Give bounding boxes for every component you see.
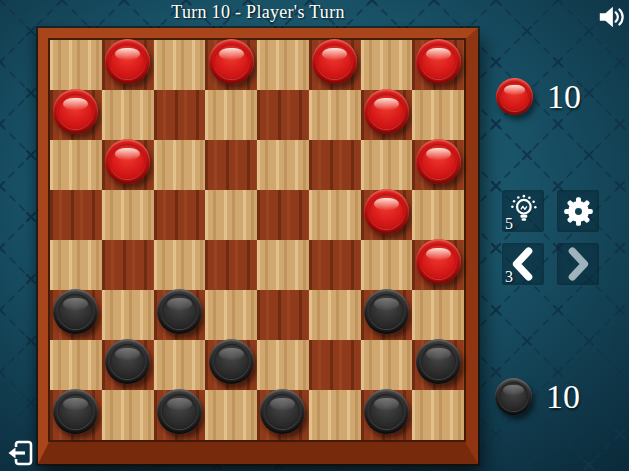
volume-icon — [597, 3, 625, 31]
board-cell-dark[interactable] — [205, 140, 257, 190]
board-cell-light — [412, 190, 464, 240]
red-piece-counter: 10 — [496, 78, 581, 115]
board-cell-light — [154, 240, 206, 290]
board-cell-light — [361, 140, 413, 190]
red-checker[interactable] — [105, 39, 150, 84]
red-counter-piece-icon — [496, 78, 533, 115]
turn-indicator: Turn 10 - Player's Turn — [38, 0, 478, 24]
red-checker[interactable] — [312, 39, 357, 84]
board-cell-dark[interactable] — [361, 390, 413, 440]
settings-button[interactable] — [557, 190, 599, 232]
board-cell-dark[interactable] — [102, 240, 154, 290]
board-cell-dark[interactable] — [412, 140, 464, 190]
board-cell-light — [205, 90, 257, 140]
black-counter-piece-icon — [495, 378, 532, 415]
red-checker[interactable] — [364, 189, 409, 234]
black-checker[interactable] — [53, 289, 98, 334]
board-cell-light — [257, 40, 309, 90]
board-cell-light — [50, 240, 102, 290]
board-cell-light — [50, 140, 102, 190]
board-cell-dark[interactable] — [102, 340, 154, 390]
settings-gear-icon — [563, 196, 594, 227]
board-cell-dark[interactable] — [309, 240, 361, 290]
red-count-label: 10 — [547, 78, 581, 115]
sound-button[interactable] — [597, 3, 625, 31]
red-checker[interactable] — [105, 139, 150, 184]
black-checker[interactable] — [364, 289, 409, 334]
hint-button[interactable]: 5 — [502, 190, 544, 232]
board-cell-light — [154, 40, 206, 90]
board-cell-light — [309, 90, 361, 140]
black-piece-counter: 10 — [495, 378, 580, 415]
redo-button[interactable] — [557, 243, 599, 285]
board-cell-light — [309, 290, 361, 340]
red-checker[interactable] — [364, 89, 409, 134]
exit-icon — [5, 438, 35, 468]
black-checker[interactable] — [209, 339, 254, 384]
red-checker[interactable] — [53, 89, 98, 134]
red-checker[interactable] — [416, 39, 461, 84]
board-cell-light — [102, 190, 154, 240]
black-checker[interactable] — [364, 389, 409, 434]
board-cell-dark[interactable] — [361, 190, 413, 240]
board-cell-light — [257, 240, 309, 290]
board-cell-light — [154, 140, 206, 190]
board-cell-dark[interactable] — [205, 240, 257, 290]
board-cell-light — [309, 390, 361, 440]
black-count-label: 10 — [546, 378, 580, 415]
board-cell-dark[interactable] — [154, 190, 206, 240]
board-cell-dark[interactable] — [50, 90, 102, 140]
board-cell-light — [205, 290, 257, 340]
board-cell-dark[interactable] — [257, 390, 309, 440]
board-cell-dark[interactable] — [309, 140, 361, 190]
board-cell-light — [50, 340, 102, 390]
board-cell-dark[interactable] — [50, 390, 102, 440]
board-cell-dark[interactable] — [257, 190, 309, 240]
board-cell-dark[interactable] — [50, 190, 102, 240]
board-cell-light — [361, 240, 413, 290]
redo-chevron-right-icon — [563, 247, 593, 281]
red-checker[interactable] — [416, 239, 461, 284]
board-cell-dark[interactable] — [309, 340, 361, 390]
board-cell-dark[interactable] — [102, 140, 154, 190]
black-checker[interactable] — [105, 339, 150, 384]
undo-count-badge: 3 — [505, 268, 513, 285]
board-cell-light — [102, 290, 154, 340]
red-checker[interactable] — [416, 139, 461, 184]
black-checker[interactable] — [53, 389, 98, 434]
board-cell-dark[interactable] — [50, 290, 102, 340]
hint-count-badge: 5 — [505, 215, 513, 232]
board-cell-dark[interactable] — [154, 390, 206, 440]
undo-button[interactable]: 3 — [502, 243, 544, 285]
board-cell-dark[interactable] — [205, 40, 257, 90]
board-cell-light — [412, 90, 464, 140]
board-cell-light — [361, 40, 413, 90]
board-cell-light — [361, 340, 413, 390]
board-cell-light — [257, 140, 309, 190]
board-cell-dark[interactable] — [412, 240, 464, 290]
board-cell-dark[interactable] — [309, 40, 361, 90]
black-checker[interactable] — [416, 339, 461, 384]
board-cell-light — [154, 340, 206, 390]
board-cell-dark[interactable] — [257, 90, 309, 140]
board-cell-light — [205, 190, 257, 240]
exit-button[interactable] — [5, 438, 35, 468]
board-cell-light — [102, 90, 154, 140]
board-grid — [50, 40, 464, 440]
board-cell-dark[interactable] — [361, 90, 413, 140]
board-cell-light — [50, 40, 102, 90]
black-checker[interactable] — [157, 289, 202, 334]
board-cell-light — [309, 190, 361, 240]
board-cell-dark[interactable] — [412, 40, 464, 90]
board-cell-dark[interactable] — [102, 40, 154, 90]
board-cell-dark[interactable] — [257, 290, 309, 340]
board-cell-dark[interactable] — [205, 340, 257, 390]
board-cell-light — [412, 390, 464, 440]
board-cell-light — [257, 340, 309, 390]
board-cell-light — [205, 390, 257, 440]
red-checker[interactable] — [209, 39, 254, 84]
board-cell-dark[interactable] — [412, 340, 464, 390]
black-checker[interactable] — [260, 389, 305, 434]
checkers-board — [38, 28, 478, 464]
board-cell-dark[interactable] — [361, 290, 413, 340]
board-cell-light — [102, 390, 154, 440]
board-cell-light — [412, 290, 464, 340]
board-cell-dark[interactable] — [154, 290, 206, 340]
board-cell-dark[interactable] — [154, 90, 206, 140]
black-checker[interactable] — [157, 389, 202, 434]
